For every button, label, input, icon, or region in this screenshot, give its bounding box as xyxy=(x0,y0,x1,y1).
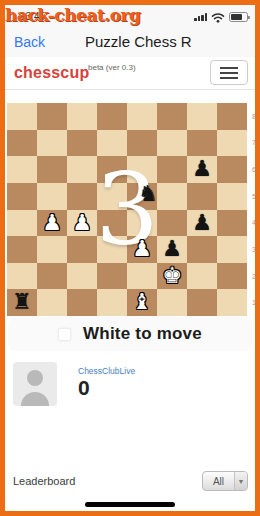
rank-label-3: 3 xyxy=(249,236,260,263)
square-e5[interactable]: ♞ xyxy=(127,183,157,210)
square-a2[interactable] xyxy=(7,263,37,290)
black-pawn-f3[interactable]: ♟ xyxy=(157,236,187,263)
player-name-link[interactable]: ChessClubLive xyxy=(78,366,135,376)
white-bishop-e1[interactable]: ♝ xyxy=(127,289,157,316)
leaderboard-filter-select[interactable]: All ▼ xyxy=(202,471,248,491)
wifi-icon xyxy=(211,12,225,23)
square-e7[interactable] xyxy=(127,130,157,157)
square-h5[interactable] xyxy=(217,183,247,210)
square-h1[interactable] xyxy=(217,289,247,316)
square-h4[interactable] xyxy=(217,210,247,237)
chess-board: ♟♞♟♟♟♟♟♚♜♝ 3 xyxy=(7,103,247,316)
square-a7[interactable] xyxy=(7,130,37,157)
square-d2[interactable] xyxy=(97,263,127,290)
rank-label-8: 8 xyxy=(249,103,260,130)
person-icon xyxy=(13,362,57,406)
move-indicator-label: White to move xyxy=(83,324,202,344)
rank-label-2: 2 xyxy=(249,263,260,290)
square-g8[interactable] xyxy=(187,103,217,130)
square-h8[interactable] xyxy=(217,103,247,130)
screen: 13:45 Back Puzzle Chess R hack-cheat.org… xyxy=(5,5,255,511)
square-f2[interactable]: ♚ xyxy=(157,263,187,290)
square-d6[interactable] xyxy=(97,156,127,183)
rank-label-6: 6 xyxy=(249,156,260,183)
square-g3[interactable] xyxy=(187,236,217,263)
square-b4[interactable]: ♟ xyxy=(37,210,67,237)
square-d7[interactable] xyxy=(97,130,127,157)
square-f4[interactable] xyxy=(157,210,187,237)
hamburger-menu-button[interactable] xyxy=(210,60,248,85)
square-b2[interactable] xyxy=(37,263,67,290)
page-title: Puzzle Chess R xyxy=(85,33,192,50)
square-c5[interactable] xyxy=(67,183,97,210)
signal-icon xyxy=(194,13,207,21)
filter-value: All xyxy=(203,476,234,487)
rank-labels: 87654321 xyxy=(249,103,260,316)
white-pawn-e3[interactable]: ♟ xyxy=(127,236,157,263)
square-b5[interactable] xyxy=(37,183,67,210)
square-a8[interactable] xyxy=(7,103,37,130)
app-header: chesscup beta (ver 0.3) xyxy=(5,57,255,90)
square-b1[interactable] xyxy=(37,289,67,316)
square-f1[interactable] xyxy=(157,289,187,316)
square-e3[interactable]: ♟ xyxy=(127,236,157,263)
black-rook-a1[interactable]: ♜ xyxy=(7,289,37,316)
avatar[interactable] xyxy=(13,362,57,406)
rank-label-4: 4 xyxy=(249,210,260,237)
black-pawn-g4[interactable]: ♟ xyxy=(187,210,217,237)
black-pawn-g6[interactable]: ♟ xyxy=(187,156,217,183)
square-d4[interactable] xyxy=(97,210,127,237)
square-c2[interactable] xyxy=(67,263,97,290)
version-label: beta (ver 0.3) xyxy=(88,63,136,72)
square-h6[interactable] xyxy=(217,156,247,183)
square-a1[interactable]: ♜ xyxy=(7,289,37,316)
header-divider xyxy=(5,89,255,90)
square-e2[interactable] xyxy=(127,263,157,290)
square-a6[interactable] xyxy=(7,156,37,183)
square-c1[interactable] xyxy=(67,289,97,316)
square-a4[interactable] xyxy=(7,210,37,237)
white-pawn-c4[interactable]: ♟ xyxy=(67,210,97,237)
square-a3[interactable] xyxy=(7,236,37,263)
square-d1[interactable] xyxy=(97,289,127,316)
square-f7[interactable] xyxy=(157,130,187,157)
white-pawn-b4[interactable]: ♟ xyxy=(37,210,67,237)
square-c6[interactable] xyxy=(67,156,97,183)
rank-label-5: 5 xyxy=(249,183,260,210)
square-b3[interactable] xyxy=(37,236,67,263)
square-g1[interactable] xyxy=(187,289,217,316)
square-d8[interactable] xyxy=(97,103,127,130)
status-icons xyxy=(194,12,248,22)
square-f3[interactable]: ♟ xyxy=(157,236,187,263)
square-f6[interactable] xyxy=(157,156,187,183)
square-g4[interactable]: ♟ xyxy=(187,210,217,237)
chesscup-logo[interactable]: chesscup xyxy=(14,64,89,82)
rank-label-1: 1 xyxy=(249,289,260,316)
square-a5[interactable] xyxy=(7,183,37,210)
square-e4[interactable] xyxy=(127,210,157,237)
square-b7[interactable] xyxy=(37,130,67,157)
home-indicator[interactable] xyxy=(85,502,175,507)
square-b8[interactable] xyxy=(37,103,67,130)
square-b6[interactable] xyxy=(37,156,67,183)
board-grid: ♟♞♟♟♟♟♟♚♜♝ xyxy=(7,103,247,316)
square-c4[interactable]: ♟ xyxy=(67,210,97,237)
square-e1[interactable]: ♝ xyxy=(127,289,157,316)
move-indicator: White to move xyxy=(8,317,252,351)
square-g6[interactable]: ♟ xyxy=(187,156,217,183)
white-color-swatch xyxy=(58,328,71,341)
square-e6[interactable] xyxy=(127,156,157,183)
phone-frame: 13:45 Back Puzzle Chess R hack-cheat.org… xyxy=(0,0,260,516)
square-g2[interactable] xyxy=(187,263,217,290)
square-h2[interactable] xyxy=(217,263,247,290)
square-g7[interactable] xyxy=(187,130,217,157)
square-d3[interactable] xyxy=(97,236,127,263)
square-d5[interactable] xyxy=(97,183,127,210)
square-c8[interactable] xyxy=(67,103,97,130)
square-c3[interactable] xyxy=(67,236,97,263)
watermark: hack-cheat.org xyxy=(5,5,140,25)
square-h3[interactable] xyxy=(217,236,247,263)
white-king-f2[interactable]: ♚ xyxy=(157,263,187,290)
square-e8[interactable] xyxy=(127,103,157,130)
square-c7[interactable] xyxy=(67,130,97,157)
rank-label-7: 7 xyxy=(249,130,260,157)
player-score: 0 xyxy=(78,376,90,400)
leaderboard-label: Leaderboard xyxy=(13,475,75,487)
chevron-down-icon: ▼ xyxy=(234,472,247,490)
square-h7[interactable] xyxy=(217,130,247,157)
square-f8[interactable] xyxy=(157,103,187,130)
back-button[interactable]: Back xyxy=(14,34,45,50)
square-g5[interactable] xyxy=(187,183,217,210)
black-knight-e5[interactable]: ♞ xyxy=(133,181,163,208)
battery-icon xyxy=(229,12,248,22)
